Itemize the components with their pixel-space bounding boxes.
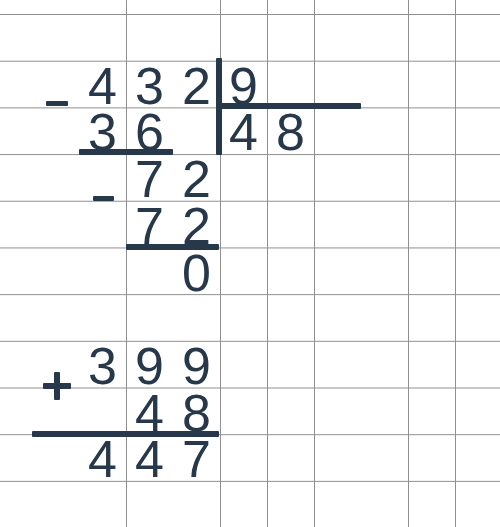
digit-3-r7c1: 3 bbox=[79, 343, 126, 390]
digit-4-r9c2: 4 bbox=[126, 436, 173, 483]
digit-8-r8c3: 8 bbox=[173, 390, 220, 437]
worksheet-page: 432936487272039948447 bbox=[0, 0, 500, 527]
digit-2-r4c3: 2 bbox=[173, 203, 220, 250]
underline-72 bbox=[126, 244, 219, 250]
digit-7-r4c2: 7 bbox=[126, 203, 173, 250]
minus-sign-division-1 bbox=[46, 101, 68, 106]
digit-2-r1c3: 2 bbox=[173, 63, 220, 110]
handwriting-layer: 432936487272039948447 bbox=[0, 0, 500, 527]
digit-8-r2c5: 8 bbox=[267, 109, 314, 156]
digit-4-r8c2: 4 bbox=[126, 390, 173, 437]
digit-9-r7c2: 9 bbox=[126, 343, 173, 390]
digit-4-r2c4: 4 bbox=[220, 109, 267, 156]
division-bracket-horizontal bbox=[216, 103, 361, 109]
digit-7-r9c3: 7 bbox=[173, 436, 220, 483]
digit-4-r9c1: 4 bbox=[79, 436, 126, 483]
digit-7-r3c2: 7 bbox=[126, 156, 173, 203]
addition-rule bbox=[32, 431, 219, 437]
digit-2-r3c3: 2 bbox=[173, 156, 220, 203]
underline-36 bbox=[79, 149, 173, 155]
digit-3-r1c2: 3 bbox=[126, 63, 173, 110]
digit-0-r5c3: 0 bbox=[173, 250, 220, 297]
plus-sign-addition bbox=[43, 372, 71, 400]
minus-sign-division-2 bbox=[93, 196, 114, 201]
digit-4-r1c1: 4 bbox=[79, 63, 126, 110]
digit-9-r7c3: 9 bbox=[173, 343, 220, 390]
